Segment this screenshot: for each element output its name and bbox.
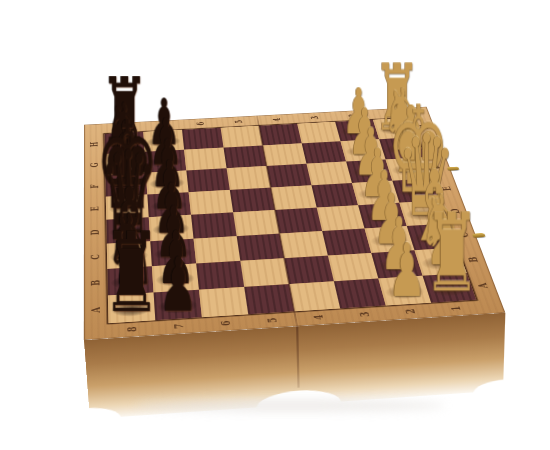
square-d5[interactable]	[233, 210, 279, 236]
chess-board: ♜♟♟♜♞♟♟♞♝♟♟♝♚♟♟♚♛♟♟♛♝♟♟♝♞♟♟♞♜♟♟♜ 88AA77B…	[84, 107, 506, 340]
square-f4[interactable]	[267, 164, 312, 188]
square-a5[interactable]	[244, 284, 294, 314]
rank-label-far-4: 4	[271, 118, 283, 122]
floor-reflection	[135, 399, 445, 412]
box-front-seam	[296, 326, 300, 387]
square-d6[interactable]	[191, 212, 237, 238]
piece-black-rook-a8[interactable]: ♜	[103, 230, 161, 316]
square-e5[interactable]	[230, 188, 275, 213]
square-a6[interactable]	[199, 287, 248, 317]
square-a8[interactable]: ♜	[108, 293, 155, 324]
piece-black-pawn-a7[interactable]: ♟	[159, 255, 198, 314]
rank-label-far-3: 3	[309, 116, 322, 120]
square-h6[interactable]	[182, 128, 223, 150]
box-foot-cut-right	[473, 379, 505, 393]
rank-label-far-6: 6	[195, 122, 207, 126]
square-e6[interactable]	[189, 190, 233, 215]
box-foot-cut-left	[87, 406, 121, 420]
square-e3[interactable]	[311, 183, 358, 208]
square-a3[interactable]	[334, 279, 386, 309]
piece-white-rook-a1[interactable]: ♜	[424, 211, 480, 296]
square-a4[interactable]	[289, 281, 340, 311]
square-h4[interactable]	[259, 124, 302, 146]
square-c5[interactable]	[237, 234, 285, 261]
square-d4[interactable]	[275, 208, 322, 234]
square-a1[interactable]: ♜	[423, 273, 477, 303]
square-b3[interactable]	[328, 253, 379, 281]
square-g5[interactable]	[224, 145, 267, 168]
board-perspective-wrapper: ♜♟♟♜♞♟♟♞♝♟♟♝♚♟♟♚♛♟♟♛♝♟♟♝♞♟♟♞♜♟♟♜ 88AA77B…	[0, 0, 550, 450]
rank-label-far-5: 5	[233, 120, 245, 124]
product-photo-scene: ♜♟♟♜♞♟♟♞♝♟♟♝♚♟♟♚♛♟♟♛♝♟♟♝♞♟♟♞♜♟♟♜ 88AA77B…	[0, 0, 550, 450]
square-a7[interactable]: ♟	[154, 290, 202, 321]
piece-white-pawn-a2[interactable]: ♟	[388, 241, 427, 299]
square-g4[interactable]	[263, 143, 307, 166]
square-e4[interactable]	[271, 185, 317, 210]
square-a2[interactable]: ♟	[378, 276, 431, 306]
playing-area: ♜♟♟♜♞♟♟♞♝♟♟♝♚♟♟♚♛♟♟♛♝♟♟♝♞♟♟♞♜♟♟♜	[104, 118, 476, 324]
square-h5[interactable]	[221, 126, 263, 148]
